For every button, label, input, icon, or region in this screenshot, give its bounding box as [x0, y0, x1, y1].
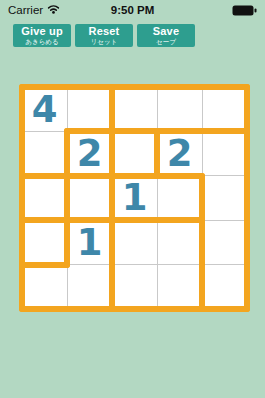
cell-r4c0[interactable]	[22, 265, 67, 309]
region-border-v	[244, 217, 250, 267]
cell-r2c4[interactable]	[202, 176, 247, 220]
cell-r1c2[interactable]	[112, 131, 157, 175]
reset-label: Reset	[89, 26, 120, 37]
wifi-icon	[47, 4, 60, 16]
region-border-h	[64, 84, 115, 90]
region-border-v	[19, 262, 25, 312]
region-border-v	[244, 262, 250, 312]
region-border-v	[19, 217, 25, 267]
region-border-h	[199, 128, 250, 134]
cell-r4c2[interactable]	[112, 265, 157, 309]
cell-r0c4[interactable]	[202, 87, 247, 131]
region-border-v	[109, 84, 115, 134]
cell-r1c4[interactable]	[202, 131, 247, 175]
reset-sublabel: リセット	[91, 39, 118, 46]
region-border-v	[244, 173, 250, 223]
board[interactable]: 42211	[22, 87, 247, 309]
cell-r2c3[interactable]	[157, 176, 202, 220]
region-border-h	[109, 306, 160, 312]
region-border-h	[19, 262, 70, 268]
cell-number: 4	[22, 87, 67, 131]
cell-r4c1[interactable]	[67, 265, 112, 309]
save-button[interactable]: Save セーブ	[137, 24, 195, 47]
region-border-h	[19, 217, 70, 223]
toolbar: Give up あきらめる Reset リセット Save セーブ	[13, 24, 195, 47]
region-border-v	[19, 173, 25, 223]
region-border-h	[154, 217, 205, 223]
region-border-h	[199, 306, 250, 312]
cell-r4c3[interactable]	[157, 265, 202, 309]
cell-r0c2[interactable]	[112, 87, 157, 131]
give-up-label: Give up	[21, 26, 63, 37]
region-border-h	[19, 306, 70, 312]
cell-r3c4[interactable]	[202, 220, 247, 264]
region-border-h	[199, 84, 250, 90]
save-sublabel: セーブ	[156, 39, 176, 46]
region-border-v	[199, 173, 205, 223]
region-border-v	[199, 262, 205, 312]
give-up-sublabel: あきらめる	[25, 39, 58, 46]
region-border-h	[109, 128, 160, 134]
save-label: Save	[153, 26, 180, 37]
cell-r2c1[interactable]	[67, 176, 112, 220]
region-border-h	[64, 306, 115, 312]
cell-r3c2[interactable]	[112, 220, 157, 264]
cell-number: 2	[157, 131, 202, 175]
cell-r0c3[interactable]	[157, 87, 202, 131]
region-border-h	[19, 173, 70, 179]
region-border-h	[154, 306, 205, 312]
region-border-v	[199, 217, 205, 267]
cell-r3c3[interactable]	[157, 220, 202, 264]
give-up-button[interactable]: Give up あきらめる	[13, 24, 71, 47]
reset-button[interactable]: Reset リセット	[75, 24, 133, 47]
cell-r1c0[interactable]	[22, 131, 67, 175]
status-bar: Carrier 9:50 PM	[0, 0, 265, 20]
region-border-v	[244, 128, 250, 178]
region-border-v	[244, 84, 250, 134]
cell-r4c4[interactable]	[202, 265, 247, 309]
region-border-h	[154, 84, 205, 90]
region-border-v	[109, 262, 115, 312]
cell-number: 1	[112, 176, 157, 220]
region-border-h	[109, 84, 160, 90]
battery-icon	[232, 5, 257, 16]
region-border-v	[64, 173, 70, 223]
cell-number: 2	[67, 131, 112, 175]
cell-r2c0[interactable]	[22, 176, 67, 220]
cell-r0c1[interactable]	[67, 87, 112, 131]
carrier-label: Carrier	[8, 4, 43, 16]
cell-r3c0[interactable]	[22, 220, 67, 264]
region-border-v	[19, 128, 25, 178]
cell-number: 1	[67, 220, 112, 264]
